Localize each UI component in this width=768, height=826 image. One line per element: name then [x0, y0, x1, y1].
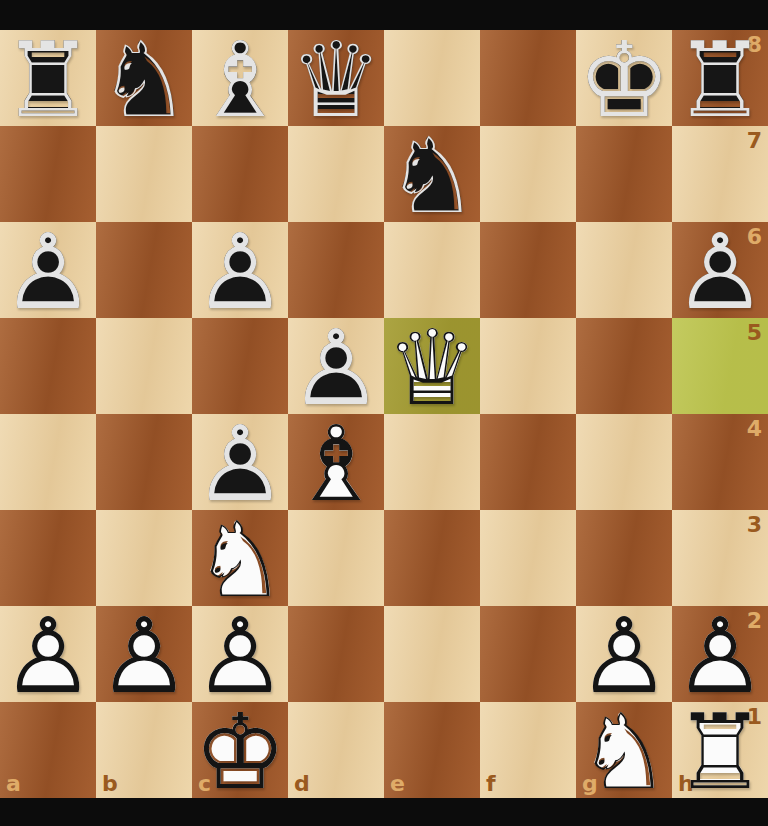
chess-app-screen: ♜︎♖︎♞︎♘︎♝︎♗︎♛︎♕︎♚︎♔︎8♜︎♖︎♞︎♘︎7♟︎♙︎♟︎♙︎6♟… [0, 0, 768, 826]
piece-glyph-fill: ♜︎ [672, 704, 768, 800]
square-a3[interactable] [0, 510, 96, 606]
black-knight-piece[interactable]: ♞︎♘︎ [96, 30, 192, 126]
piece-glyph-fill: ♝︎ [288, 416, 384, 512]
square-a7[interactable] [0, 126, 96, 222]
square-e8[interactable] [384, 30, 480, 126]
square-h3[interactable]: 3 [672, 510, 768, 606]
file-label-a: a [6, 773, 21, 795]
piece-glyph-fill: ♟︎ [576, 608, 672, 704]
white-knight-piece[interactable]: ♞︎♘︎ [576, 702, 672, 798]
piece-glyph-outline: ♗︎ [192, 32, 288, 128]
black-knight-piece[interactable]: ♞︎♘︎ [384, 126, 480, 222]
square-g8[interactable]: ♚︎♔︎ [576, 30, 672, 126]
file-label-d: d [294, 773, 310, 795]
piece-glyph-outline: ♙︎ [576, 608, 672, 704]
square-e4[interactable] [384, 414, 480, 510]
piece-glyph-outline: ♖︎ [672, 704, 768, 800]
file-label-e: e [390, 773, 405, 795]
square-e6[interactable] [384, 222, 480, 318]
square-d4[interactable]: ♝︎♗︎ [288, 414, 384, 510]
rank-label-7: 7 [747, 130, 762, 152]
white-rook-piece[interactable]: ♜︎♖︎ [672, 702, 768, 798]
square-c5[interactable] [192, 318, 288, 414]
piece-glyph-outline: ♖︎ [672, 32, 768, 128]
white-bishop-piece[interactable]: ♝︎♗︎ [288, 414, 384, 510]
piece-glyph-outline: ♙︎ [0, 608, 96, 704]
square-b8[interactable]: ♞︎♘︎ [96, 30, 192, 126]
square-g4[interactable] [576, 414, 672, 510]
piece-glyph-fill: ♟︎ [672, 608, 768, 704]
piece-glyph-fill: ♟︎ [672, 224, 768, 320]
piece-glyph-fill: ♜︎ [672, 32, 768, 128]
square-d1[interactable]: d [288, 702, 384, 798]
square-f4[interactable] [480, 414, 576, 510]
piece-glyph-outline: ♙︎ [672, 608, 768, 704]
piece-glyph-fill: ♛︎ [288, 32, 384, 128]
bottom-letterbox-bar [0, 798, 768, 826]
square-c4[interactable]: ♟︎♙︎ [192, 414, 288, 510]
square-c1[interactable]: c♚︎♔︎ [192, 702, 288, 798]
square-e1[interactable]: e [384, 702, 480, 798]
white-pawn-piece[interactable]: ♟︎♙︎ [192, 606, 288, 702]
piece-glyph-fill: ♛︎ [384, 320, 480, 416]
piece-glyph-outline: ♘︎ [384, 128, 480, 224]
piece-glyph-fill: ♟︎ [96, 608, 192, 704]
square-h5[interactable]: 5 [672, 318, 768, 414]
white-knight-piece[interactable]: ♞︎♘︎ [192, 510, 288, 606]
square-b7[interactable] [96, 126, 192, 222]
black-pawn-piece[interactable]: ♟︎♙︎ [0, 222, 96, 318]
square-b5[interactable] [96, 318, 192, 414]
square-a8[interactable]: ♜︎♖︎ [0, 30, 96, 126]
square-c2[interactable]: ♟︎♙︎ [192, 606, 288, 702]
square-a2[interactable]: ♟︎♙︎ [0, 606, 96, 702]
square-a4[interactable] [0, 414, 96, 510]
square-d6[interactable] [288, 222, 384, 318]
black-queen-piece[interactable]: ♛︎♕︎ [288, 30, 384, 126]
square-h4[interactable]: 4 [672, 414, 768, 510]
piece-glyph-outline: ♙︎ [96, 608, 192, 704]
piece-glyph-outline: ♘︎ [192, 512, 288, 608]
square-c6[interactable]: ♟︎♙︎ [192, 222, 288, 318]
square-g7[interactable] [576, 126, 672, 222]
black-pawn-piece[interactable]: ♟︎♙︎ [672, 222, 768, 318]
square-b2[interactable]: ♟︎♙︎ [96, 606, 192, 702]
piece-glyph-fill: ♟︎ [288, 320, 384, 416]
square-d5[interactable]: ♟︎♙︎ [288, 318, 384, 414]
square-g5[interactable] [576, 318, 672, 414]
rank-label-4: 4 [747, 418, 762, 440]
square-d8[interactable]: ♛︎♕︎ [288, 30, 384, 126]
square-b6[interactable] [96, 222, 192, 318]
file-label-f: f [486, 773, 496, 795]
black-pawn-piece[interactable]: ♟︎♙︎ [192, 414, 288, 510]
square-d2[interactable] [288, 606, 384, 702]
black-bishop-piece[interactable]: ♝︎♗︎ [192, 30, 288, 126]
piece-glyph-fill: ♝︎ [192, 32, 288, 128]
square-h2[interactable]: 2♟︎♙︎ [672, 606, 768, 702]
square-e2[interactable] [384, 606, 480, 702]
piece-glyph-outline: ♕︎ [288, 32, 384, 128]
black-rook-piece[interactable]: ♜︎♖︎ [0, 30, 96, 126]
square-c8[interactable]: ♝︎♗︎ [192, 30, 288, 126]
rank-label-3: 3 [747, 514, 762, 536]
square-f3[interactable] [480, 510, 576, 606]
square-c7[interactable] [192, 126, 288, 222]
piece-glyph-outline: ♙︎ [288, 320, 384, 416]
square-e5[interactable]: ♛︎♕︎ [384, 318, 480, 414]
square-h7[interactable]: 7 [672, 126, 768, 222]
square-a1[interactable]: a [0, 702, 96, 798]
square-g1[interactable]: g♞︎♘︎ [576, 702, 672, 798]
piece-glyph-outline: ♔︎ [576, 32, 672, 128]
white-pawn-piece[interactable]: ♟︎♙︎ [0, 606, 96, 702]
square-b1[interactable]: b [96, 702, 192, 798]
piece-glyph-fill: ♚︎ [576, 32, 672, 128]
piece-glyph-fill: ♟︎ [192, 416, 288, 512]
square-b3[interactable] [96, 510, 192, 606]
piece-glyph-fill: ♞︎ [576, 704, 672, 800]
piece-glyph-outline: ♔︎ [192, 704, 288, 800]
piece-glyph-outline: ♙︎ [672, 224, 768, 320]
square-h1[interactable]: 1h♜︎♖︎ [672, 702, 768, 798]
white-pawn-piece[interactable]: ♟︎♙︎ [576, 606, 672, 702]
square-c3[interactable]: ♞︎♘︎ [192, 510, 288, 606]
black-pawn-piece[interactable]: ♟︎♙︎ [192, 222, 288, 318]
square-g6[interactable] [576, 222, 672, 318]
white-king-piece[interactable]: ♚︎♔︎ [192, 702, 288, 798]
piece-glyph-outline: ♗︎ [288, 416, 384, 512]
square-b4[interactable] [96, 414, 192, 510]
piece-glyph-fill: ♟︎ [192, 224, 288, 320]
square-f5[interactable] [480, 318, 576, 414]
square-f6[interactable] [480, 222, 576, 318]
piece-glyph-fill: ♚︎ [192, 704, 288, 800]
piece-glyph-outline: ♙︎ [192, 416, 288, 512]
file-label-b: b [102, 773, 118, 795]
square-f2[interactable] [480, 606, 576, 702]
square-h6[interactable]: 6♟︎♙︎ [672, 222, 768, 318]
piece-glyph-outline: ♙︎ [192, 608, 288, 704]
white-pawn-piece[interactable]: ♟︎♙︎ [672, 606, 768, 702]
piece-glyph-fill: ♞︎ [192, 512, 288, 608]
square-f8[interactable] [480, 30, 576, 126]
piece-glyph-fill: ♞︎ [96, 32, 192, 128]
piece-glyph-fill: ♟︎ [0, 224, 96, 320]
white-pawn-piece[interactable]: ♟︎♙︎ [96, 606, 192, 702]
piece-glyph-outline: ♖︎ [0, 32, 96, 128]
square-a5[interactable] [0, 318, 96, 414]
square-d3[interactable] [288, 510, 384, 606]
chess-board[interactable]: ♜︎♖︎♞︎♘︎♝︎♗︎♛︎♕︎♚︎♔︎8♜︎♖︎♞︎♘︎7♟︎♙︎♟︎♙︎6♟… [0, 30, 768, 798]
square-g3[interactable] [576, 510, 672, 606]
square-g2[interactable]: ♟︎♙︎ [576, 606, 672, 702]
piece-glyph-outline: ♙︎ [192, 224, 288, 320]
square-f1[interactable]: f [480, 702, 576, 798]
black-rook-piece[interactable]: ♜︎♖︎ [672, 30, 768, 126]
piece-glyph-fill: ♟︎ [192, 608, 288, 704]
piece-glyph-outline: ♘︎ [96, 32, 192, 128]
piece-glyph-fill: ♜︎ [0, 32, 96, 128]
square-h8[interactable]: 8♜︎♖︎ [672, 30, 768, 126]
square-e3[interactable] [384, 510, 480, 606]
square-f7[interactable] [480, 126, 576, 222]
top-letterbox-bar [0, 0, 768, 30]
square-d7[interactable] [288, 126, 384, 222]
piece-glyph-outline: ♕︎ [384, 320, 480, 416]
piece-glyph-outline: ♙︎ [0, 224, 96, 320]
piece-glyph-fill: ♟︎ [0, 608, 96, 704]
square-a6[interactable]: ♟︎♙︎ [0, 222, 96, 318]
black-pawn-piece[interactable]: ♟︎♙︎ [288, 318, 384, 414]
square-e7[interactable]: ♞︎♘︎ [384, 126, 480, 222]
white-queen-piece[interactable]: ♛︎♕︎ [384, 318, 480, 414]
piece-glyph-fill: ♞︎ [384, 128, 480, 224]
piece-glyph-outline: ♘︎ [576, 704, 672, 800]
black-king-piece[interactable]: ♚︎♔︎ [576, 30, 672, 126]
rank-label-5: 5 [747, 322, 762, 344]
